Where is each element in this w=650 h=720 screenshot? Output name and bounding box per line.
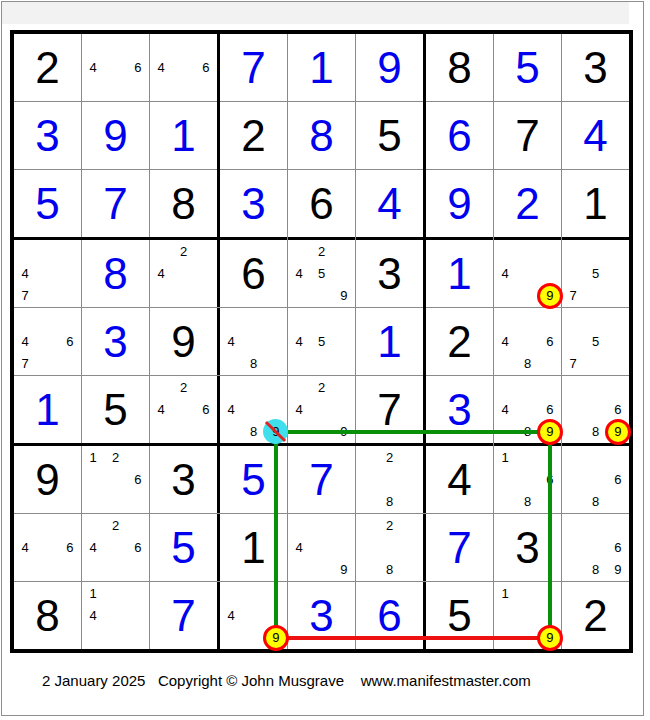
candidate-8: 8 xyxy=(242,352,265,375)
cell-r7c1[interactable]: 9 xyxy=(14,446,81,513)
solved-digit: 4 xyxy=(562,102,629,169)
highlight-candidate-9-r4c8: 9 xyxy=(537,283,563,309)
candidate-4: 4 xyxy=(150,262,173,285)
cell-r2c5[interactable]: 8 xyxy=(288,102,355,169)
box-border-horizontal xyxy=(14,237,629,240)
cell-r1c1[interactable]: 2 xyxy=(14,34,81,101)
candidate-2: 2 xyxy=(104,514,127,537)
cell-r8c3[interactable]: 5 xyxy=(150,514,217,581)
candidate-9: 9 xyxy=(332,558,355,581)
candidate-8: 8 xyxy=(584,490,607,513)
cell-r2c3[interactable]: 1 xyxy=(150,102,217,169)
candidate-4: 4 xyxy=(82,56,105,79)
cell-r2c9[interactable]: 4 xyxy=(562,102,629,169)
candidate-8: 8 xyxy=(516,490,539,513)
candidate-2: 2 xyxy=(104,446,127,469)
cell-r4c9[interactable]: 57 xyxy=(562,240,629,307)
candidate-4: 4 xyxy=(150,56,173,79)
solved-digit: 9 xyxy=(426,170,493,237)
box-border-vertical xyxy=(423,34,426,649)
cell-r1c8[interactable]: 5 xyxy=(494,34,561,101)
cell-r6c1[interactable]: 1 xyxy=(14,376,81,443)
given-digit: 8 xyxy=(14,582,81,649)
cell-r4c2[interactable]: 8 xyxy=(82,240,149,307)
cell-r4c6[interactable]: 3 xyxy=(356,240,423,307)
cell-r7c5[interactable]: 7 xyxy=(288,446,355,513)
sudoku-board: 2464671985339128567457836492147824624593… xyxy=(10,30,633,653)
cell-r3c6[interactable]: 4 xyxy=(356,170,423,237)
candidate-8: 8 xyxy=(378,490,401,513)
solved-digit: 1 xyxy=(356,308,423,375)
candidate-4: 4 xyxy=(494,262,517,285)
candidate-8: 8 xyxy=(242,420,265,443)
cell-border-horizontal xyxy=(14,169,629,170)
candidate-4: 4 xyxy=(288,536,311,559)
solved-digit: 3 xyxy=(220,170,287,237)
cell-r4c4[interactable]: 6 xyxy=(220,240,287,307)
cell-r8c5[interactable]: 49 xyxy=(288,514,355,581)
candidate-1: 1 xyxy=(82,446,105,469)
candidate-6: 6 xyxy=(194,56,217,79)
cell-r2c2[interactable]: 9 xyxy=(82,102,149,169)
given-digit: 2 xyxy=(426,308,493,375)
chain-link-green-1 xyxy=(276,430,550,434)
candidate-4: 4 xyxy=(220,398,243,421)
candidate-9: 9 xyxy=(606,558,629,581)
candidate-2: 2 xyxy=(172,240,195,263)
given-digit: 9 xyxy=(150,308,217,375)
page: { "game": "sudoku", "position": "2..7198… xyxy=(0,0,650,720)
solved-digit: 7 xyxy=(288,446,355,513)
chain-link-red-4 xyxy=(276,636,550,640)
cell-border-horizontal xyxy=(14,375,629,376)
cell-r8c6[interactable]: 28 xyxy=(356,514,423,581)
candidate-8: 8 xyxy=(584,420,607,443)
candidate-7: 7 xyxy=(562,284,585,307)
candidate-4: 4 xyxy=(220,330,243,353)
candidate-2: 2 xyxy=(172,376,195,399)
cell-r9c3[interactable]: 7 xyxy=(150,582,217,649)
candidate-4: 4 xyxy=(494,330,517,353)
candidate-1: 1 xyxy=(82,582,105,605)
solved-digit: 2 xyxy=(494,170,561,237)
given-digit: 7 xyxy=(494,102,561,169)
candidate-4: 4 xyxy=(288,330,311,353)
given-digit: 1 xyxy=(562,170,629,237)
solved-digit: 7 xyxy=(150,582,217,649)
solved-digit: 9 xyxy=(356,34,423,101)
solved-digit: 7 xyxy=(426,514,493,581)
candidate-4: 4 xyxy=(14,536,37,559)
solved-digit: 5 xyxy=(494,34,561,101)
candidate-6: 6 xyxy=(126,56,149,79)
given-digit: 2 xyxy=(14,34,81,101)
given-digit: 4 xyxy=(426,446,493,513)
candidate-4: 4 xyxy=(288,398,311,421)
candidate-2: 2 xyxy=(378,446,401,469)
cell-r3c3[interactable]: 8 xyxy=(150,170,217,237)
cell-r1c3[interactable]: 46 xyxy=(150,34,217,101)
solved-digit: 5 xyxy=(14,170,81,237)
cell-r5c7[interactable]: 2 xyxy=(426,308,493,375)
candidate-5: 5 xyxy=(310,262,333,285)
candidate-8: 8 xyxy=(378,558,401,581)
candidate-6: 6 xyxy=(126,468,149,491)
box-border-vertical xyxy=(217,34,220,649)
candidate-4: 4 xyxy=(288,262,311,285)
cell-r5c5[interactable]: 45 xyxy=(288,308,355,375)
given-digit: 3 xyxy=(356,240,423,307)
cell-border-horizontal xyxy=(14,581,629,582)
cell-r3c1[interactable]: 5 xyxy=(14,170,81,237)
cell-r5c6[interactable]: 1 xyxy=(356,308,423,375)
candidate-6: 6 xyxy=(126,536,149,559)
cell-r9c2[interactable]: 14 xyxy=(82,582,149,649)
elimination-slash xyxy=(265,421,286,442)
cell-r4c3[interactable]: 24 xyxy=(150,240,217,307)
cell-r4c1[interactable]: 47 xyxy=(14,240,81,307)
highlight-candidate-9-r9c4: 9 xyxy=(263,625,289,651)
solved-digit: 4 xyxy=(356,170,423,237)
cell-border-vertical xyxy=(493,34,494,649)
given-digit: 3 xyxy=(562,34,629,101)
candidate-9: 9 xyxy=(332,284,355,307)
solved-digit: 7 xyxy=(82,170,149,237)
cell-r7c6[interactable]: 28 xyxy=(356,446,423,513)
sudoku-grid: 2464671985339128567457836492147824624593… xyxy=(14,34,629,649)
cell-r4c7[interactable]: 1 xyxy=(426,240,493,307)
chain-link-green-2 xyxy=(274,432,278,638)
top-scrollbar-track[interactable] xyxy=(2,2,629,24)
cell-r6c2[interactable]: 5 xyxy=(82,376,149,443)
cell-border-horizontal xyxy=(14,307,629,308)
cell-r3c4[interactable]: 3 xyxy=(220,170,287,237)
cell-border-vertical xyxy=(81,34,82,649)
candidate-7: 7 xyxy=(14,352,37,375)
given-digit: 5 xyxy=(356,102,423,169)
cell-border-horizontal xyxy=(14,101,629,102)
cell-r1c4[interactable]: 7 xyxy=(220,34,287,101)
given-digit: 6 xyxy=(288,170,355,237)
box-border-horizontal xyxy=(14,443,629,446)
cell-r3c8[interactable]: 2 xyxy=(494,170,561,237)
candidate-2: 2 xyxy=(378,514,401,537)
cell-border-vertical xyxy=(355,34,356,649)
solved-digit: 3 xyxy=(82,308,149,375)
candidate-6: 6 xyxy=(606,398,629,421)
given-digit: 5 xyxy=(82,376,149,443)
cell-r4c5[interactable]: 2459 xyxy=(288,240,355,307)
candidate-8: 8 xyxy=(584,558,607,581)
solved-digit: 1 xyxy=(288,34,355,101)
cell-border-horizontal xyxy=(14,513,629,514)
cell-r3c5[interactable]: 6 xyxy=(288,170,355,237)
cell-r6c3[interactable]: 246 xyxy=(150,376,217,443)
solved-digit: 8 xyxy=(288,102,355,169)
chain-link-green-3 xyxy=(548,432,552,638)
candidate-6: 6 xyxy=(58,536,81,559)
cell-r5c2[interactable]: 3 xyxy=(82,308,149,375)
cell-r2c6[interactable]: 5 xyxy=(356,102,423,169)
cell-r8c7[interactable]: 7 xyxy=(426,514,493,581)
highlight-candidate-9-r9c8: 9 xyxy=(537,625,563,651)
solved-digit: 1 xyxy=(426,240,493,307)
highlight-candidate-9-r6c9: 9 xyxy=(605,419,631,445)
candidate-1: 1 xyxy=(494,582,517,605)
candidate-2: 2 xyxy=(310,376,333,399)
candidate-6: 6 xyxy=(538,398,561,421)
cell-border-vertical xyxy=(287,34,288,649)
candidate-5: 5 xyxy=(310,330,333,353)
cell-r5c4[interactable]: 48 xyxy=(220,308,287,375)
solved-digit: 3 xyxy=(14,102,81,169)
candidate-5: 5 xyxy=(584,330,607,353)
highlight-candidate-9-r6c8: 9 xyxy=(537,419,563,445)
cell-r7c9[interactable]: 68 xyxy=(562,446,629,513)
cell-r2c4[interactable]: 2 xyxy=(220,102,287,169)
candidate-7: 7 xyxy=(562,352,585,375)
cell-r5c3[interactable]: 9 xyxy=(150,308,217,375)
cell-r1c6[interactable]: 9 xyxy=(356,34,423,101)
solved-digit: 6 xyxy=(426,102,493,169)
solved-digit: 1 xyxy=(14,376,81,443)
cell-r5c8[interactable]: 468 xyxy=(494,308,561,375)
given-digit: 8 xyxy=(150,170,217,237)
cell-r7c2[interactable]: 126 xyxy=(82,446,149,513)
cell-r7c7[interactable]: 4 xyxy=(426,446,493,513)
solved-digit: 8 xyxy=(82,240,149,307)
candidate-4: 4 xyxy=(494,398,517,421)
cell-r3c9[interactable]: 1 xyxy=(562,170,629,237)
cell-r1c9[interactable]: 3 xyxy=(562,34,629,101)
cell-border-vertical xyxy=(561,34,562,649)
cell-r5c9[interactable]: 57 xyxy=(562,308,629,375)
solved-digit: 1 xyxy=(150,102,217,169)
candidate-4: 4 xyxy=(82,604,105,627)
cell-r2c1[interactable]: 3 xyxy=(14,102,81,169)
cell-r1c5[interactable]: 1 xyxy=(288,34,355,101)
candidate-6: 6 xyxy=(606,468,629,491)
candidate-6: 6 xyxy=(58,330,81,353)
cell-r7c3[interactable]: 3 xyxy=(150,446,217,513)
solved-digit: 7 xyxy=(220,34,287,101)
candidate-4: 4 xyxy=(150,398,173,421)
cell-r2c8[interactable]: 7 xyxy=(494,102,561,169)
given-digit: 3 xyxy=(150,446,217,513)
candidate-5: 5 xyxy=(584,262,607,285)
candidate-6: 6 xyxy=(538,330,561,353)
candidate-8: 8 xyxy=(516,352,539,375)
cell-r3c2[interactable]: 7 xyxy=(82,170,149,237)
candidate-2: 2 xyxy=(310,240,333,263)
given-digit: 9 xyxy=(14,446,81,513)
candidate-4: 4 xyxy=(14,262,37,285)
cell-r3c7[interactable]: 9 xyxy=(426,170,493,237)
cell-r1c2[interactable]: 46 xyxy=(82,34,149,101)
candidate-1: 1 xyxy=(494,446,517,469)
cell-border-vertical xyxy=(149,34,150,649)
candidate-6: 6 xyxy=(194,398,217,421)
given-digit: 8 xyxy=(426,34,493,101)
cell-r8c9[interactable]: 689 xyxy=(562,514,629,581)
given-digit: 2 xyxy=(562,582,629,649)
cell-r5c1[interactable]: 467 xyxy=(14,308,81,375)
solved-digit: 9 xyxy=(82,102,149,169)
cell-r8c1[interactable]: 46 xyxy=(14,514,81,581)
cell-r1c7[interactable]: 8 xyxy=(426,34,493,101)
candidate-4: 4 xyxy=(82,536,105,559)
solved-digit: 5 xyxy=(150,514,217,581)
candidate-4: 4 xyxy=(14,330,37,353)
cell-r2c7[interactable]: 6 xyxy=(426,102,493,169)
given-digit: 6 xyxy=(220,240,287,307)
candidate-6: 6 xyxy=(606,536,629,559)
candidate-7: 7 xyxy=(14,284,37,307)
given-digit: 2 xyxy=(220,102,287,169)
cell-r9c9[interactable]: 2 xyxy=(562,582,629,649)
cell-r9c1[interactable]: 8 xyxy=(14,582,81,649)
candidate-4: 4 xyxy=(220,604,243,627)
cell-r8c2[interactable]: 246 xyxy=(82,514,149,581)
footer-text: 2 January 2025 Copyright © John Musgrave… xyxy=(42,672,531,689)
elimination-candidate-9-r6c4: 9 xyxy=(263,419,288,444)
